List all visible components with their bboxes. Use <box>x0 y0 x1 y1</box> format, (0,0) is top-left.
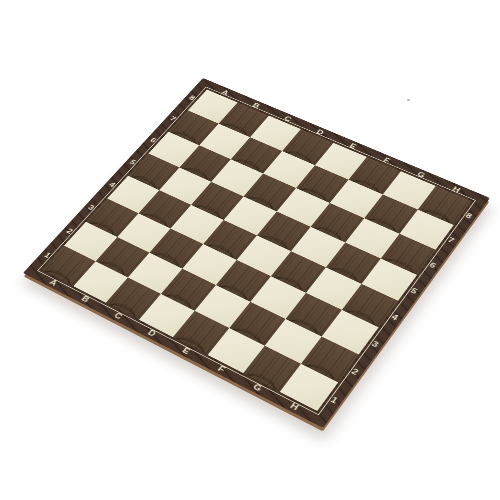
file-label-top-b: B <box>251 102 261 109</box>
rank-label-left-4: 4 <box>108 181 117 188</box>
chessboard: AA88BB77CC66DD55EE44FF33GG22HH11 <box>23 78 490 428</box>
rank-label-right-4: 4 <box>390 313 400 322</box>
file-label-bottom-a: A <box>48 278 59 287</box>
rank-label-right-7: 7 <box>446 236 455 244</box>
photo-dust-speck <box>407 99 410 101</box>
rank-label-right-3: 3 <box>370 340 380 349</box>
board-squares <box>42 90 472 411</box>
file-label-bottom-h: H <box>289 401 301 411</box>
rank-label-right-2: 2 <box>350 367 360 376</box>
file-label-bottom-g: G <box>252 382 264 392</box>
file-label-top-d: D <box>315 128 325 136</box>
rank-label-right-6: 6 <box>428 261 437 269</box>
file-label-bottom-d: D <box>146 328 157 337</box>
photo-background: AA88BB77CC66DD55EE44FF33GG22HH11 <box>0 0 500 500</box>
file-label-bottom-f: F <box>216 364 226 373</box>
file-label-top-c: C <box>283 115 293 122</box>
rank-label-right-5: 5 <box>409 287 418 295</box>
rank-label-left-2: 2 <box>65 227 74 235</box>
file-label-top-a: A <box>221 89 231 96</box>
rank-label-left-6: 6 <box>149 137 158 144</box>
file-label-bottom-c: C <box>113 311 124 320</box>
rank-label-left-7: 7 <box>169 115 178 122</box>
rank-label-right-1: 1 <box>329 395 339 404</box>
rank-label-left-5: 5 <box>129 158 138 165</box>
rank-label-left-1: 1 <box>43 251 52 259</box>
rank-label-left-8: 8 <box>188 94 197 101</box>
rank-label-right-8: 8 <box>464 212 473 220</box>
file-label-bottom-b: B <box>80 294 91 303</box>
file-label-top-f: F <box>382 156 391 164</box>
file-label-top-e: E <box>348 142 358 150</box>
file-label-bottom-e: E <box>181 346 192 355</box>
rank-label-left-3: 3 <box>87 204 96 212</box>
